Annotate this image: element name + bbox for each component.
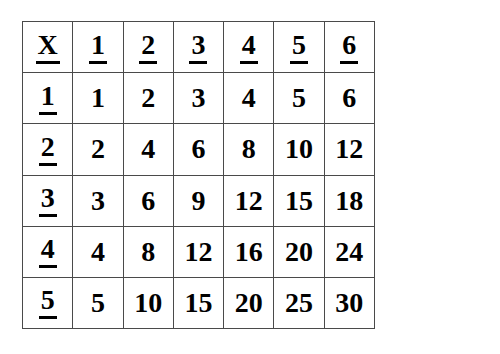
product-cell: 6 (325, 73, 375, 124)
product-cell: 5 (274, 73, 324, 124)
header-value: 2 (39, 133, 57, 166)
row-header-cell: 3 (23, 176, 73, 227)
product-value: 9 (191, 187, 205, 215)
product-cell: 10 (124, 278, 174, 329)
multiplication-grid: X123456112345622468101233691215184481216… (22, 21, 375, 329)
header-value: 4 (240, 31, 258, 64)
column-header-cell: 4 (224, 22, 274, 73)
product-value: 15 (285, 187, 313, 215)
column-header-cell: 6 (325, 22, 375, 73)
product-cell: 6 (174, 124, 224, 175)
product-cell: 8 (124, 227, 174, 278)
product-cell: 8 (224, 124, 274, 175)
product-value: 24 (335, 238, 363, 266)
header-value: 5 (290, 31, 308, 64)
product-cell: 12 (325, 124, 375, 175)
product-cell: 1 (73, 73, 123, 124)
product-value: 10 (134, 289, 162, 317)
product-cell: 25 (274, 278, 324, 329)
product-cell: 18 (325, 176, 375, 227)
product-cell: 20 (274, 227, 324, 278)
product-value: 4 (141, 135, 155, 163)
product-value: 25 (285, 289, 313, 317)
row-header-cell: 2 (23, 124, 73, 175)
product-value: 6 (141, 187, 155, 215)
product-cell: 24 (325, 227, 375, 278)
product-value: 3 (191, 84, 205, 112)
product-value: 8 (242, 135, 256, 163)
product-value: 12 (335, 135, 363, 163)
product-cell: 15 (274, 176, 324, 227)
product-cell: 4 (224, 73, 274, 124)
product-cell: 5 (73, 278, 123, 329)
product-value: 20 (235, 289, 263, 317)
product-cell: 2 (124, 73, 174, 124)
header-value: 1 (89, 31, 107, 64)
row-header-cell: 4 (23, 227, 73, 278)
column-header-cell: 2 (124, 22, 174, 73)
product-value: 5 (91, 289, 105, 317)
product-value: 3 (91, 187, 105, 215)
header-value: 1 (39, 82, 57, 115)
product-value: 5 (292, 84, 306, 112)
product-value: 8 (141, 238, 155, 266)
header-value: 3 (39, 184, 57, 217)
product-cell: 3 (174, 73, 224, 124)
header-value: X (36, 31, 60, 64)
product-value: 10 (285, 135, 313, 163)
product-cell: 9 (174, 176, 224, 227)
product-cell: 3 (73, 176, 123, 227)
product-value: 1 (91, 84, 105, 112)
row-header-cell: 5 (23, 278, 73, 329)
multiplication-table: X123456112345622468101233691215184481216… (22, 21, 375, 329)
product-value: 4 (242, 84, 256, 112)
column-header-cell: 5 (274, 22, 324, 73)
product-cell: 4 (73, 227, 123, 278)
header-value: 4 (39, 235, 57, 268)
product-value: 6 (342, 84, 356, 112)
product-cell: 2 (73, 124, 123, 175)
product-cell: 30 (325, 278, 375, 329)
product-cell: 4 (124, 124, 174, 175)
product-value: 18 (335, 187, 363, 215)
product-value: 30 (335, 289, 363, 317)
header-value: 6 (340, 31, 358, 64)
product-cell: 6 (124, 176, 174, 227)
header-value: 5 (39, 286, 57, 319)
product-value: 6 (191, 135, 205, 163)
product-value: 12 (235, 187, 263, 215)
product-cell: 12 (224, 176, 274, 227)
column-header-cell: 1 (73, 22, 123, 73)
header-value: 3 (189, 31, 207, 64)
product-cell: 16 (224, 227, 274, 278)
product-value: 16 (235, 238, 263, 266)
row-header-cell: 1 (23, 73, 73, 124)
product-cell: 15 (174, 278, 224, 329)
product-cell: 12 (174, 227, 224, 278)
column-header-cell: 3 (174, 22, 224, 73)
product-cell: 10 (274, 124, 324, 175)
corner-operator-cell: X (23, 22, 73, 73)
product-value: 15 (184, 289, 212, 317)
product-value: 20 (285, 238, 313, 266)
product-value: 4 (91, 238, 105, 266)
product-value: 12 (184, 238, 212, 266)
product-value: 2 (141, 84, 155, 112)
product-value: 2 (91, 135, 105, 163)
header-value: 2 (139, 31, 157, 64)
product-cell: 20 (224, 278, 274, 329)
